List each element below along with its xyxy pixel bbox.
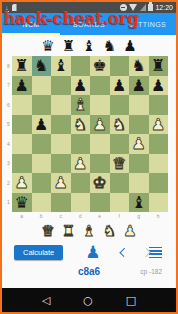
palette-white-knight[interactable]: ♞: [103, 223, 116, 239]
palette-black-queen[interactable]: ♛: [41, 38, 54, 54]
square-f2[interactable]: [110, 173, 130, 193]
file-label: g: [129, 212, 149, 220]
phone-screen: ↓ 12:20 hack-cheat.org NCM BOARDS SETTIN…: [0, 0, 178, 314]
square-f3[interactable]: ♛: [110, 154, 130, 174]
white-knight-d5[interactable]: ♞: [73, 115, 87, 134]
square-g7[interactable]: ♟: [129, 76, 149, 96]
square-f6[interactable]: [110, 95, 130, 115]
black-knight-g8[interactable]: ♞: [132, 56, 146, 75]
file-label: d: [71, 212, 91, 220]
rank-label: 7: [5, 76, 12, 96]
white-piece-palette: ♛♜♝♞♟: [2, 222, 176, 240]
black-piece-palette: ♛♜♝♞♟: [2, 37, 176, 55]
black-rook-a8[interactable]: ♜: [15, 56, 29, 75]
square-a7[interactable]: ♟: [12, 76, 32, 96]
sim-card-icon: [12, 4, 17, 11]
file-label: h: [149, 212, 169, 220]
palette-black-pawn[interactable]: ♟: [123, 38, 136, 54]
square-e3[interactable]: [90, 154, 110, 174]
white-pawn-c2[interactable]: ♟: [54, 173, 68, 192]
square-g4[interactable]: ♟: [129, 134, 149, 154]
black-pawn-f7[interactable]: ♟: [112, 76, 126, 95]
palette-black-knight[interactable]: ♞: [103, 38, 116, 54]
square-g8[interactable]: ♞: [129, 56, 149, 76]
main-content: ♛♜♝♞♟ 87654321 ♜♞♝♚♞♜♟♟♟♟♟♝♟♞♟♞♟♟♟♛♟♟♚♛♝…: [2, 35, 176, 288]
black-bishop-g1[interactable]: ♝: [132, 193, 146, 212]
square-d1[interactable]: [71, 193, 91, 213]
square-d8[interactable]: [71, 56, 91, 76]
square-a3[interactable]: [12, 154, 32, 174]
square-e6[interactable]: [90, 95, 110, 115]
tab-ncm[interactable]: NCM: [2, 13, 60, 35]
square-e4[interactable]: [90, 134, 110, 154]
palette-white-queen[interactable]: ♛: [41, 223, 54, 239]
status-left-icons: ↓: [5, 4, 17, 12]
home-button-icon[interactable]: ○: [83, 295, 93, 306]
square-b1[interactable]: [32, 193, 52, 213]
square-a5[interactable]: [12, 115, 32, 135]
square-a4[interactable]: [12, 134, 32, 154]
evaluation-text: cp -182: [140, 268, 162, 275]
square-g1[interactable]: ♝: [129, 193, 149, 213]
square-a8[interactable]: ♜: [12, 56, 32, 76]
square-a6[interactable]: [12, 95, 32, 115]
square-g6[interactable]: [129, 95, 149, 115]
file-label: f: [110, 212, 130, 220]
square-c8[interactable]: ♝: [51, 56, 71, 76]
rank-label: 2: [5, 173, 12, 193]
black-bishop-c8[interactable]: ♝: [54, 56, 68, 75]
palette-white-rook[interactable]: ♜: [62, 223, 75, 239]
tab-settings[interactable]: SETTINGS: [118, 13, 176, 35]
recents-button-icon[interactable]: □: [126, 295, 136, 306]
square-c2[interactable]: ♟: [51, 173, 71, 193]
square-f8[interactable]: [110, 56, 130, 76]
palette-black-bishop[interactable]: ♝: [82, 38, 95, 54]
file-labels: abcdefgh: [12, 212, 176, 220]
active-tab-indicator: [2, 33, 60, 35]
square-f1[interactable]: [110, 193, 130, 213]
square-c6[interactable]: [51, 95, 71, 115]
battery-icon: [148, 4, 153, 12]
rank-label: 5: [5, 115, 12, 135]
file-label: c: [51, 212, 71, 220]
square-c4[interactable]: [51, 134, 71, 154]
black-knight-b8[interactable]: ♞: [34, 56, 48, 75]
white-bishop-d6[interactable]: ♝: [73, 95, 87, 114]
do-not-disturb-icon: [120, 4, 127, 11]
chevron-left-icon[interactable]: [119, 248, 128, 257]
square-h5[interactable]: ♟: [149, 115, 169, 135]
board-area: 87654321 ♜♞♝♚♞♜♟♟♟♟♟♝♟♞♟♞♟♟♟♛♟♟♚♛♝ abcde…: [2, 56, 176, 220]
square-c7[interactable]: [51, 76, 71, 96]
chess-board[interactable]: ♜♞♝♚♞♜♟♟♟♟♟♝♟♞♟♞♟♟♟♛♟♟♚♛♝: [12, 56, 168, 212]
rank-label: 4: [5, 134, 12, 154]
black-king-e8[interactable]: ♚: [93, 56, 107, 75]
square-b7[interactable]: [32, 76, 52, 96]
download-icon: ↓: [5, 4, 9, 12]
square-e8[interactable]: ♚: [90, 56, 110, 76]
square-d2[interactable]: [71, 173, 91, 193]
square-d6[interactable]: ♝: [71, 95, 91, 115]
clock-text: 12:20: [155, 2, 173, 13]
side-to-move-pawn-icon[interactable]: ♟: [85, 244, 100, 261]
square-c3[interactable]: [51, 154, 71, 174]
black-pawn-a7[interactable]: ♟: [15, 76, 29, 95]
square-c5[interactable]: [51, 115, 71, 135]
square-d3[interactable]: ♟: [71, 154, 91, 174]
square-h2[interactable]: [149, 173, 169, 193]
square-h6[interactable]: [149, 95, 169, 115]
square-b2[interactable]: [32, 173, 52, 193]
square-c1[interactable]: [51, 193, 71, 213]
square-b3[interactable]: [32, 154, 52, 174]
file-label: e: [90, 212, 110, 220]
square-e7[interactable]: [90, 76, 110, 96]
white-pawn-d3[interactable]: ♟: [73, 154, 87, 173]
square-h1[interactable]: [149, 193, 169, 213]
square-b8[interactable]: ♞: [32, 56, 52, 76]
wifi-icon: [129, 4, 137, 11]
white-pawn-e5[interactable]: ♟: [93, 115, 107, 134]
square-h7[interactable]: ♟: [149, 76, 169, 96]
square-h3[interactable]: [149, 154, 169, 174]
square-g2[interactable]: [129, 173, 149, 193]
status-bar: ↓ 12:20: [2, 2, 176, 13]
square-e5[interactable]: ♟: [90, 115, 110, 135]
black-pawn-b5[interactable]: ♟: [34, 115, 48, 134]
square-h4[interactable]: [149, 134, 169, 154]
square-e1[interactable]: [90, 193, 110, 213]
square-b5[interactable]: ♟: [32, 115, 52, 135]
square-b4[interactable]: [32, 134, 52, 154]
white-pawn-g4[interactable]: ♟: [132, 134, 146, 153]
white-knight-f5[interactable]: ♞: [112, 115, 126, 134]
square-f5[interactable]: ♞: [110, 115, 130, 135]
white-pawn-h5[interactable]: ♟: [151, 115, 165, 134]
palette-white-pawn[interactable]: ♟: [123, 223, 136, 239]
black-pawn-d7[interactable]: ♟: [73, 76, 87, 95]
rank-label: 3: [5, 154, 12, 174]
black-pawn-g7[interactable]: ♟: [132, 76, 146, 95]
square-h8[interactable]: ♜: [149, 56, 169, 76]
calculate-button[interactable]: Calculate: [14, 245, 63, 261]
rank-label: 8: [5, 56, 12, 76]
square-a2[interactable]: ♟: [12, 173, 32, 193]
controls-row: Calculate ♟: [14, 243, 162, 262]
back-button-icon[interactable]: ◁: [42, 295, 50, 306]
white-queen-f3[interactable]: ♛: [112, 154, 126, 173]
square-f7[interactable]: ♟: [110, 76, 130, 96]
square-g5[interactable]: [129, 115, 149, 135]
white-king-e2[interactable]: ♚: [93, 173, 107, 192]
status-right-icons: 12:20: [120, 2, 173, 13]
square-f4[interactable]: [110, 134, 130, 154]
rank-label: 6: [5, 95, 12, 115]
palette-white-bishop[interactable]: ♝: [82, 223, 95, 239]
square-a1[interactable]: ♛: [12, 193, 32, 213]
rank-label: 1: [5, 193, 12, 213]
square-d4[interactable]: [71, 134, 91, 154]
palette-black-rook[interactable]: ♜: [62, 38, 75, 54]
square-d5[interactable]: ♞: [71, 115, 91, 135]
black-rook-h8[interactable]: ♜: [151, 56, 165, 75]
black-queen-a1[interactable]: ♛: [15, 193, 29, 212]
white-pawn-a2[interactable]: ♟: [15, 173, 29, 192]
tab-boards[interactable]: BOARDS: [60, 13, 118, 35]
result-row: c8a6 cp -182: [2, 266, 176, 282]
signal-icon: [140, 4, 146, 11]
rank-labels: 87654321: [5, 56, 12, 212]
square-g3[interactable]: [129, 154, 149, 174]
square-b6[interactable]: [32, 95, 52, 115]
tab-bar: NCM BOARDS SETTINGS: [2, 13, 176, 35]
square-d7[interactable]: ♟: [71, 76, 91, 96]
file-label: b: [32, 212, 52, 220]
square-e2[interactable]: ♚: [90, 173, 110, 193]
file-label: a: [12, 212, 32, 220]
menu-icon[interactable]: [149, 247, 162, 259]
android-nav-bar: ◁ ○ □: [2, 288, 176, 312]
black-pawn-h7[interactable]: ♟: [151, 76, 165, 95]
